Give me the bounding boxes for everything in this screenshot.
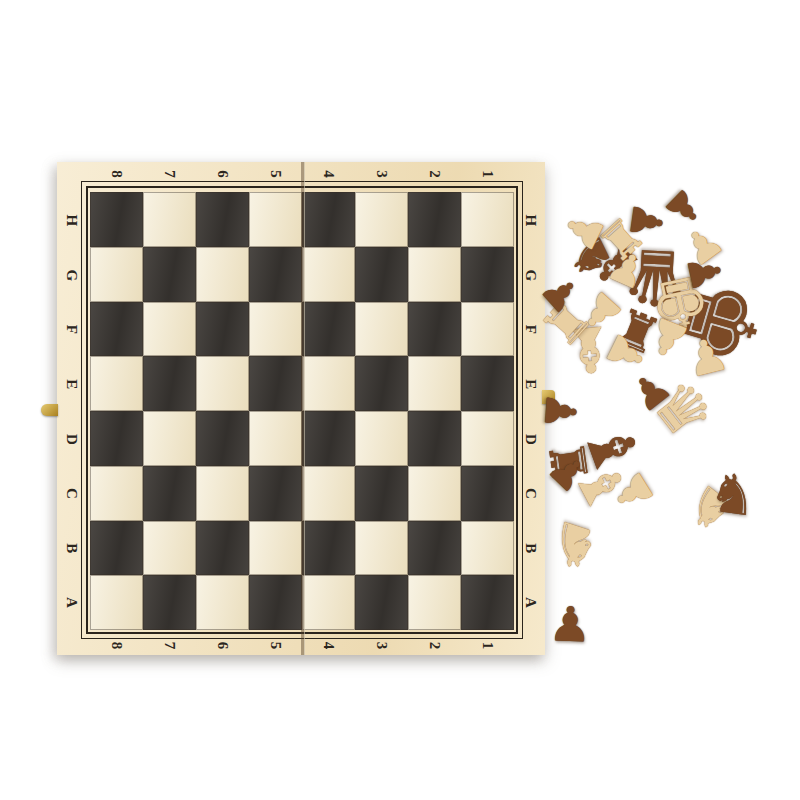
piece-dark-knight: ♞ — [705, 465, 760, 525]
piece-light-knight: ♞ — [541, 511, 606, 580]
piece-dark-pawn: ♟ — [680, 250, 729, 296]
piece-dark-pawn: ♟ — [538, 391, 583, 431]
piece-dark-pawn: ♟ — [548, 599, 593, 648]
photo-scene: 87654321 87654321 HGFEDCBA HGFEDCBA ♚♛♚♛… — [0, 0, 800, 800]
pieces-pile: ♚♛♚♛♝♝♝♝♜♜♜♜♞♞♞♞♟♟♟♟♟♟♟♟♟♟♟♟♟♟♟♟ — [0, 0, 800, 800]
